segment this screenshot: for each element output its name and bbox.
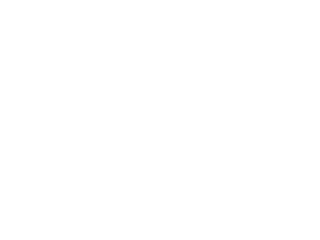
chess-board — [0, 0, 150, 150]
